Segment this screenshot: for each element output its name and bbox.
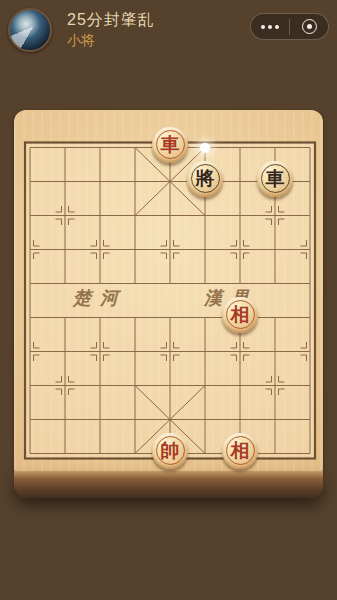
- pieces-layer: 車將車相帥相: [13, 131, 328, 471]
- piece-red-車[interactable]: 車: [152, 127, 188, 163]
- piece-red-相[interactable]: 相: [222, 433, 258, 469]
- player-avatar[interactable]: [8, 8, 52, 52]
- wechat-capsule: [250, 13, 329, 40]
- more-dots-icon: [261, 25, 279, 29]
- board-bottom-bevel: [14, 471, 323, 498]
- app-screen: 25分封肇乱 小将 楚河 漢界 車將車相帥相 锦 15: [0, 0, 337, 600]
- piece-red-相[interactable]: 相: [222, 297, 258, 333]
- minimize-button[interactable]: [290, 14, 328, 39]
- level-title: 25分封肇乱: [67, 10, 155, 31]
- target-circle-icon: [302, 19, 317, 34]
- piece-black-車[interactable]: 車: [257, 161, 293, 197]
- top-bar: 25分封肇乱 小将: [0, 0, 337, 60]
- more-button[interactable]: [251, 14, 289, 39]
- xiangqi-board[interactable]: 楚河 漢界 車將車相帥相: [14, 110, 323, 472]
- piece-red-帥[interactable]: 帥: [152, 433, 188, 469]
- bottom-bar: 锦 15 求助 4步: [0, 520, 337, 600]
- piece-black-將[interactable]: 將: [187, 161, 223, 197]
- player-rank: 小将: [67, 32, 95, 50]
